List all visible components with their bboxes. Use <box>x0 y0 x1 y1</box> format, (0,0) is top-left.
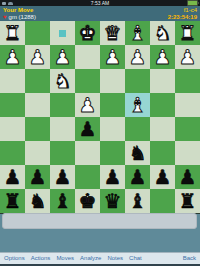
square-e4[interactable]: ♟ <box>75 93 100 117</box>
square-h1[interactable]: ♜ <box>0 21 25 45</box>
heart-icon: ♥ <box>3 14 7 21</box>
white-pawn-b2: ♟ <box>154 45 172 69</box>
square-f4[interactable] <box>50 93 75 117</box>
black-pawn-b7: ♟ <box>154 165 172 189</box>
square-e6[interactable] <box>75 141 100 165</box>
toolbar-item-notes[interactable]: Notes <box>107 253 123 264</box>
square-b4[interactable] <box>150 93 175 117</box>
white-knight-f3: ♞ <box>54 69 72 93</box>
square-b1[interactable]: ♞ <box>150 21 175 45</box>
wifi-icon <box>8 2 13 5</box>
black-pawn-g7: ♟ <box>29 165 47 189</box>
white-pawn-d2: ♟ <box>104 45 122 69</box>
toolbar-item-options[interactable]: Options <box>4 253 25 264</box>
square-h4[interactable] <box>0 93 25 117</box>
bottom-toolbar: OptionsActionsMovesAnalyzeNotesChatBack <box>0 252 200 266</box>
square-d1[interactable]: ♛ <box>100 21 125 45</box>
white-pawn-g2: ♟ <box>29 45 47 69</box>
black-queen-d8: ♛ <box>104 189 122 213</box>
square-a4[interactable] <box>175 93 200 117</box>
black-pawn-c7: ♟ <box>129 165 147 189</box>
square-h8[interactable]: ♜ <box>0 189 25 213</box>
square-f6[interactable] <box>50 141 75 165</box>
square-g3[interactable] <box>25 69 50 93</box>
square-e3[interactable] <box>75 69 100 93</box>
white-pawn-c2: ♟ <box>129 45 147 69</box>
black-pawn-f7: ♟ <box>54 165 72 189</box>
square-f3[interactable]: ♞ <box>50 69 75 93</box>
black-pawn-a7: ♟ <box>179 165 197 189</box>
message-panel <box>2 213 197 229</box>
square-d3[interactable] <box>100 69 125 93</box>
square-f1[interactable] <box>50 21 75 45</box>
black-knight-c6: ♞ <box>129 141 147 165</box>
square-g5[interactable] <box>25 117 50 141</box>
square-b5[interactable] <box>150 117 175 141</box>
opponent-label: ♥ gm (1288) <box>3 14 36 21</box>
toolbar-item-actions[interactable]: Actions <box>31 253 51 264</box>
square-b2[interactable]: ♟ <box>150 45 175 69</box>
white-pawn-h2: ♟ <box>4 45 22 69</box>
square-e8[interactable]: ♚ <box>75 189 100 213</box>
square-e1[interactable]: ♚ <box>75 21 100 45</box>
square-c7[interactable]: ♟ <box>125 165 150 189</box>
white-queen-d1: ♛ <box>104 21 122 45</box>
white-pawn-f2: ♟ <box>54 45 72 69</box>
square-g7[interactable]: ♟ <box>25 165 50 189</box>
square-c3[interactable] <box>125 69 150 93</box>
square-g4[interactable] <box>25 93 50 117</box>
status-left-icons <box>2 2 13 5</box>
square-a8[interactable]: ♜ <box>175 189 200 213</box>
last-move-label: f1-c4 <box>184 7 197 14</box>
square-d5[interactable] <box>100 117 125 141</box>
toolbar-item-chat[interactable]: Chat <box>129 253 142 264</box>
square-a1[interactable]: ♜ <box>175 21 200 45</box>
white-pawn-a2: ♟ <box>179 45 197 69</box>
square-a3[interactable] <box>175 69 200 93</box>
turn-status: Your Move <box>3 7 33 14</box>
chess-board[interactable]: ♜♚♛♝♞♜♟♟♟♟♟♟♟♞♟♝♟♞♟♟♟♟♟♟♟♜♞♝♚♛♝♜ <box>0 21 200 214</box>
black-pawn-h7: ♟ <box>4 165 22 189</box>
back-button[interactable]: Back <box>183 253 196 264</box>
square-a5[interactable] <box>175 117 200 141</box>
signal-icon <box>2 2 6 5</box>
square-c5[interactable] <box>125 117 150 141</box>
square-g1[interactable] <box>25 21 50 45</box>
square-d6[interactable] <box>100 141 125 165</box>
white-bishop-c1: ♝ <box>129 21 147 45</box>
square-b3[interactable] <box>150 69 175 93</box>
black-bishop-f8: ♝ <box>54 189 72 213</box>
square-h7[interactable]: ♟ <box>0 165 25 189</box>
white-king-e1: ♚ <box>79 21 97 45</box>
black-pawn-e5: ♟ <box>79 117 97 141</box>
square-c1[interactable]: ♝ <box>125 21 150 45</box>
white-pawn-e4: ♟ <box>79 93 97 117</box>
black-king-e8: ♚ <box>79 189 97 213</box>
square-d8[interactable]: ♛ <box>100 189 125 213</box>
square-b8[interactable] <box>150 189 175 213</box>
square-e5[interactable]: ♟ <box>75 117 100 141</box>
square-a6[interactable] <box>175 141 200 165</box>
toolbar-item-moves[interactable]: Moves <box>56 253 74 264</box>
square-b6[interactable] <box>150 141 175 165</box>
game-header: Your Move f1-c4 ♥ gm (1288) 2:23:54:19 <box>0 6 200 21</box>
square-c4[interactable]: ♝ <box>125 93 150 117</box>
square-e2[interactable] <box>75 45 100 69</box>
square-c8[interactable]: ♝ <box>125 189 150 213</box>
opponent-name: gm (1288) <box>9 14 36 21</box>
square-d4[interactable] <box>100 93 125 117</box>
square-h5[interactable] <box>0 117 25 141</box>
black-rook-a8: ♜ <box>179 189 197 213</box>
square-f2[interactable]: ♟ <box>50 45 75 69</box>
white-knight-b1: ♞ <box>154 21 172 45</box>
square-c2[interactable]: ♟ <box>125 45 150 69</box>
move-from-marker <box>59 30 66 37</box>
square-g8[interactable]: ♞ <box>25 189 50 213</box>
white-rook-a1: ♜ <box>179 21 197 45</box>
black-knight-g8: ♞ <box>29 189 47 213</box>
square-h6[interactable] <box>0 141 25 165</box>
square-c6[interactable]: ♞ <box>125 141 150 165</box>
square-h3[interactable] <box>0 69 25 93</box>
square-d7[interactable]: ♟ <box>100 165 125 189</box>
square-f8[interactable]: ♝ <box>50 189 75 213</box>
square-a2[interactable]: ♟ <box>175 45 200 69</box>
white-bishop-c4: ♝ <box>129 93 147 117</box>
square-h2[interactable]: ♟ <box>0 45 25 69</box>
toolbar-item-analyze[interactable]: Analyze <box>80 253 101 264</box>
black-pawn-d7: ♟ <box>104 165 122 189</box>
black-bishop-c8: ♝ <box>129 189 147 213</box>
white-rook-h1: ♜ <box>4 21 22 45</box>
square-e7[interactable] <box>75 165 100 189</box>
square-g6[interactable] <box>25 141 50 165</box>
square-f7[interactable]: ♟ <box>50 165 75 189</box>
square-g2[interactable]: ♟ <box>25 45 50 69</box>
square-f5[interactable] <box>50 117 75 141</box>
black-rook-h8: ♜ <box>4 189 22 213</box>
square-a7[interactable]: ♟ <box>175 165 200 189</box>
square-d2[interactable]: ♟ <box>100 45 125 69</box>
square-b7[interactable]: ♟ <box>150 165 175 189</box>
game-clock: 2:23:54:19 <box>168 14 197 21</box>
